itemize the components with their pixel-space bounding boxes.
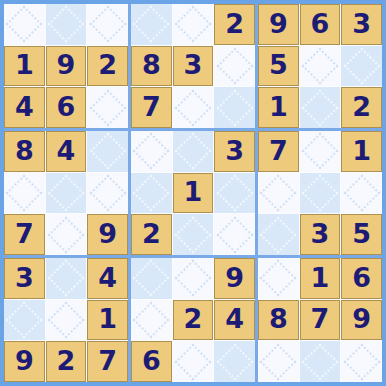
diamond-pattern <box>302 48 339 85</box>
block-1: 19246 <box>4 4 128 128</box>
given-digit: 2 <box>57 347 76 374</box>
cell-r6c8[interactable]: 3 <box>300 214 341 255</box>
given-digit: 7 <box>98 347 117 374</box>
block-3: 963512 <box>258 4 382 128</box>
cell-r7c4[interactable] <box>131 258 172 299</box>
diamond-pattern <box>175 260 212 297</box>
cell-r9c6[interactable] <box>214 341 255 382</box>
cell-r7c3[interactable]: 4 <box>87 258 128 299</box>
given-digit: 3 <box>352 10 371 37</box>
given-digit: 4 <box>57 137 76 164</box>
cell-r7c9[interactable]: 6 <box>341 258 382 299</box>
given-digit: 3 <box>15 264 34 291</box>
given-digit: 3 <box>184 51 203 78</box>
given-digit: 1 <box>352 137 371 164</box>
diamond-pattern <box>89 175 126 212</box>
cell-r3c6[interactable] <box>214 87 255 128</box>
cell-r9c3[interactable]: 7 <box>87 341 128 382</box>
diamond-pattern <box>343 175 380 212</box>
cell-r1c1[interactable] <box>4 4 45 45</box>
given-digit: 9 <box>57 51 76 78</box>
block-5: 312 <box>131 131 255 255</box>
diamond-pattern <box>175 343 212 380</box>
cell-r1c5[interactable] <box>173 4 214 45</box>
cell-r1c6[interactable]: 2 <box>214 4 255 45</box>
given-digit: 2 <box>225 10 244 37</box>
diamond-pattern <box>216 175 253 212</box>
cell-r8c4[interactable] <box>131 300 172 341</box>
cell-r8c5[interactable]: 2 <box>173 300 214 341</box>
diamond-pattern <box>89 6 126 43</box>
cell-r3c4[interactable]: 7 <box>131 87 172 128</box>
cell-r3c7[interactable]: 1 <box>258 87 299 128</box>
cell-r5c3[interactable] <box>87 173 128 214</box>
cell-r3c2[interactable]: 6 <box>46 87 87 128</box>
given-digit: 4 <box>225 305 244 332</box>
cell-r2c1[interactable]: 1 <box>4 46 45 87</box>
cell-r8c2[interactable] <box>46 300 87 341</box>
given-digit: 7 <box>311 305 330 332</box>
cell-r3c3[interactable] <box>87 87 128 128</box>
given-digit: 1 <box>311 264 330 291</box>
given-digit: 6 <box>57 93 76 120</box>
diamond-pattern <box>216 89 253 126</box>
diamond-pattern <box>302 175 339 212</box>
diamond-pattern <box>6 302 43 339</box>
cell-r1c3[interactable] <box>87 4 128 45</box>
given-digit: 1 <box>98 305 117 332</box>
cell-r2c6[interactable] <box>214 46 255 87</box>
block-4: 8479 <box>4 131 128 255</box>
diamond-pattern <box>133 175 170 212</box>
cell-r4c9[interactable]: 1 <box>341 131 382 172</box>
cell-r8c9[interactable]: 9 <box>341 300 382 341</box>
diamond-pattern <box>260 260 297 297</box>
cell-r8c8[interactable]: 7 <box>300 300 341 341</box>
cell-r7c7[interactable] <box>258 258 299 299</box>
cell-r7c5[interactable] <box>173 258 214 299</box>
diamond-pattern <box>133 302 170 339</box>
cell-r9c7[interactable] <box>258 341 299 382</box>
given-digit: 6 <box>352 264 371 291</box>
cell-r6c7[interactable] <box>258 214 299 255</box>
cell-r6c6[interactable] <box>214 214 255 255</box>
cell-r2c7[interactable]: 5 <box>258 46 299 87</box>
cell-r5c7[interactable] <box>258 173 299 214</box>
cell-r5c1[interactable] <box>4 173 45 214</box>
block-7: 341927 <box>4 258 128 382</box>
given-digit: 5 <box>269 51 288 78</box>
cell-r5c5[interactable]: 1 <box>173 173 214 214</box>
cell-r6c4[interactable]: 2 <box>131 214 172 255</box>
cell-r7c6[interactable]: 9 <box>214 258 255 299</box>
cell-r8c3[interactable]: 1 <box>87 300 128 341</box>
cell-r8c7[interactable]: 8 <box>258 300 299 341</box>
given-digit: 3 <box>225 137 244 164</box>
given-digit: 2 <box>352 93 371 120</box>
diamond-pattern <box>175 133 212 170</box>
given-digit: 7 <box>15 220 34 247</box>
given-digit: 6 <box>311 10 330 37</box>
cell-r4c1[interactable]: 8 <box>4 131 45 172</box>
diamond-pattern <box>48 175 85 212</box>
cell-r6c9[interactable]: 5 <box>341 214 382 255</box>
diamond-pattern <box>89 133 126 170</box>
cell-r2c8[interactable] <box>300 46 341 87</box>
cell-r5c2[interactable] <box>46 173 87 214</box>
cell-r6c3[interactable]: 9 <box>87 214 128 255</box>
cell-r3c1[interactable]: 4 <box>4 87 45 128</box>
cell-r5c4[interactable] <box>131 173 172 214</box>
cell-r9c8[interactable] <box>300 341 341 382</box>
cell-r2c3[interactable]: 2 <box>87 46 128 87</box>
cell-r3c5[interactable] <box>173 87 214 128</box>
given-digit: 1 <box>269 93 288 120</box>
cell-r4c3[interactable] <box>87 131 128 172</box>
cell-r2c5[interactable]: 3 <box>173 46 214 87</box>
diamond-pattern <box>343 48 380 85</box>
diamond-pattern <box>48 260 85 297</box>
given-digit: 2 <box>142 220 161 247</box>
cell-r5c8[interactable] <box>300 173 341 214</box>
cell-r4c8[interactable] <box>300 131 341 172</box>
cell-r1c8[interactable]: 6 <box>300 4 341 45</box>
given-digit: 7 <box>269 137 288 164</box>
diamond-pattern <box>48 216 85 253</box>
cell-r4c2[interactable]: 4 <box>46 131 87 172</box>
diamond-pattern <box>48 6 85 43</box>
cell-r4c5[interactable] <box>173 131 214 172</box>
cell-r8c6[interactable]: 4 <box>214 300 255 341</box>
block-9: 16879 <box>258 258 382 382</box>
diamond-pattern <box>260 175 297 212</box>
cell-r7c1[interactable]: 3 <box>4 258 45 299</box>
cell-r4c6[interactable]: 3 <box>214 131 255 172</box>
cell-r3c9[interactable]: 2 <box>341 87 382 128</box>
given-digit: 8 <box>269 305 288 332</box>
given-digit: 8 <box>15 137 34 164</box>
cell-r2c2[interactable]: 9 <box>46 46 87 87</box>
cell-r2c4[interactable]: 8 <box>131 46 172 87</box>
cell-r1c2[interactable] <box>46 4 87 45</box>
diamond-pattern <box>175 89 212 126</box>
diamond-pattern <box>133 133 170 170</box>
given-digit: 4 <box>15 93 34 120</box>
given-digit: 9 <box>225 264 244 291</box>
diamond-pattern <box>302 343 339 380</box>
given-digit: 7 <box>142 93 161 120</box>
block-2: 2837 <box>131 4 255 128</box>
given-digit: 8 <box>142 51 161 78</box>
cell-r8c1[interactable] <box>4 300 45 341</box>
given-digit: 5 <box>352 220 371 247</box>
diamond-pattern <box>260 216 297 253</box>
given-digit: 2 <box>98 51 117 78</box>
cell-r5c6[interactable] <box>214 173 255 214</box>
diamond-pattern <box>216 216 253 253</box>
given-digit: 9 <box>98 220 117 247</box>
cell-r9c5[interactable] <box>173 341 214 382</box>
cell-r7c2[interactable] <box>46 258 87 299</box>
sudoku-board: 1924628379635128479312713534192792461687… <box>0 0 386 386</box>
diamond-pattern <box>302 133 339 170</box>
given-digit: 6 <box>142 347 161 374</box>
diamond-pattern <box>6 6 43 43</box>
cell-r9c4[interactable]: 6 <box>131 341 172 382</box>
given-digit: 4 <box>98 264 117 291</box>
diamond-pattern <box>133 260 170 297</box>
given-digit: 9 <box>15 347 34 374</box>
cell-r9c9[interactable] <box>341 341 382 382</box>
cell-r1c9[interactable]: 3 <box>341 4 382 45</box>
cell-r4c4[interactable] <box>131 131 172 172</box>
cell-r2c9[interactable] <box>341 46 382 87</box>
diamond-pattern <box>175 6 212 43</box>
cell-r6c5[interactable] <box>173 214 214 255</box>
block-6: 7135 <box>258 131 382 255</box>
cell-r1c7[interactable]: 9 <box>258 4 299 45</box>
diamond-pattern <box>133 6 170 43</box>
cell-r6c2[interactable] <box>46 214 87 255</box>
cell-r3c8[interactable] <box>300 87 341 128</box>
diamond-pattern <box>48 302 85 339</box>
given-digit: 1 <box>184 178 203 205</box>
diamond-pattern <box>175 216 212 253</box>
cell-r6c1[interactable]: 7 <box>4 214 45 255</box>
diamond-pattern <box>260 343 297 380</box>
diamond-pattern <box>89 89 126 126</box>
given-digit: 3 <box>311 220 330 247</box>
diamond-pattern <box>216 48 253 85</box>
given-digit: 9 <box>269 10 288 37</box>
diamond-pattern <box>6 175 43 212</box>
diamond-pattern <box>216 343 253 380</box>
given-digit: 9 <box>352 305 371 332</box>
cell-r9c1[interactable]: 9 <box>4 341 45 382</box>
given-digit: 2 <box>184 305 203 332</box>
given-digit: 1 <box>15 51 34 78</box>
cell-r5c9[interactable] <box>341 173 382 214</box>
diamond-pattern <box>302 89 339 126</box>
cell-r9c2[interactable]: 2 <box>46 341 87 382</box>
cell-r7c8[interactable]: 1 <box>300 258 341 299</box>
block-8: 9246 <box>131 258 255 382</box>
cell-r1c4[interactable] <box>131 4 172 45</box>
cell-r4c7[interactable]: 7 <box>258 131 299 172</box>
diamond-pattern <box>343 343 380 380</box>
